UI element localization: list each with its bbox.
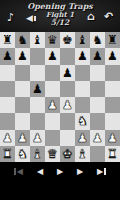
piece-black-pawn: ♟ <box>92 50 103 62</box>
music-note-icon[interactable]: ♪ <box>7 12 14 24</box>
piece-white-bishop: ♝ <box>32 147 43 159</box>
speaker-body <box>34 16 36 21</box>
piece-white-pawn: ♟ <box>92 131 103 143</box>
piece-white-rook: ♜ <box>107 147 118 159</box>
square-c1[interactable]: ♝ <box>30 146 45 162</box>
square-h3[interactable] <box>105 113 120 129</box>
square-d3[interactable] <box>45 113 60 129</box>
square-a3[interactable] <box>0 113 15 129</box>
square-d1[interactable]: ♛ <box>45 146 60 162</box>
square-a7[interactable]: ♟ <box>0 48 15 64</box>
play-button-glyph: ▶ <box>57 167 63 176</box>
square-c5[interactable]: ♟ <box>30 81 45 97</box>
first-move-button-glyph: ◀ <box>17 167 23 176</box>
square-f8[interactable]: ♝ <box>75 32 90 48</box>
square-d8[interactable]: ♛ <box>45 32 60 48</box>
square-d7[interactable]: ♟ <box>45 48 60 64</box>
piece-black-pawn: ♟ <box>107 50 118 62</box>
next-move-button-glyph: ▶ <box>77 167 83 176</box>
piece-black-pawn: ♟ <box>17 50 28 62</box>
home-icon[interactable]: ⌂ <box>87 11 95 23</box>
square-a4[interactable] <box>0 97 15 113</box>
piece-black-rook: ♜ <box>107 34 118 46</box>
square-g1[interactable] <box>90 146 105 162</box>
square-f4[interactable] <box>75 97 90 113</box>
square-h2[interactable]: ♟ <box>105 130 120 146</box>
square-h1[interactable]: ♜ <box>105 146 120 162</box>
square-b7[interactable]: ♟ <box>15 48 30 64</box>
piece-black-bishop: ♝ <box>77 34 88 46</box>
app-screen: Opening Traps Fight 1 5/12 ♪ ◀ ⌂ ↶ ♜♞♝♛♚… <box>0 0 120 200</box>
square-g3[interactable] <box>90 113 105 129</box>
piece-white-pawn: ♟ <box>2 131 13 143</box>
square-e5[interactable] <box>60 81 75 97</box>
piece-white-pawn: ♟ <box>107 131 118 143</box>
piece-black-pawn: ♟ <box>77 50 88 62</box>
square-g8[interactable]: ♞ <box>90 32 105 48</box>
piece-white-knight: ♞ <box>77 115 88 127</box>
square-b1[interactable]: ♞ <box>15 146 30 162</box>
piece-white-pawn: ♟ <box>17 131 28 143</box>
square-c3[interactable] <box>30 113 45 129</box>
square-h4[interactable] <box>105 97 120 113</box>
square-c6[interactable] <box>30 65 45 81</box>
first-move-button-bar <box>14 168 16 175</box>
square-h8[interactable]: ♜ <box>105 32 120 48</box>
square-a5[interactable] <box>0 81 15 97</box>
piece-black-king: ♚ <box>62 34 73 46</box>
piece-white-pawn: ♟ <box>77 131 88 143</box>
last-move-button-glyph: ▶ <box>97 167 103 176</box>
square-e7[interactable] <box>60 48 75 64</box>
piece-white-rook: ♜ <box>2 147 13 159</box>
piece-white-knight: ♞ <box>17 147 28 159</box>
square-b5[interactable] <box>15 81 30 97</box>
square-h7[interactable]: ♟ <box>105 48 120 64</box>
square-e4[interactable]: ♟ <box>60 97 75 113</box>
square-h5[interactable] <box>105 81 120 97</box>
last-move-button-bar <box>104 168 106 175</box>
piece-black-pawn: ♟ <box>2 50 13 62</box>
piece-white-pawn: ♟ <box>62 99 73 111</box>
piece-black-bishop: ♝ <box>32 34 43 46</box>
square-f1[interactable]: ♝ <box>75 146 90 162</box>
move-progress: 5/12 <box>0 18 120 27</box>
square-c7[interactable] <box>30 48 45 64</box>
square-b8[interactable]: ♞ <box>15 32 30 48</box>
prev-move-button-glyph: ◀ <box>37 167 43 176</box>
square-e1[interactable]: ♚ <box>60 146 75 162</box>
square-b6[interactable] <box>15 65 30 81</box>
square-e8[interactable]: ♚ <box>60 32 75 48</box>
prev-move-button[interactable]: ◀ <box>37 167 43 176</box>
square-g2[interactable]: ♟ <box>90 130 105 146</box>
piece-black-rook: ♜ <box>2 34 13 46</box>
speaker-cone: ◀ <box>26 13 33 23</box>
last-move-button[interactable]: ▶ <box>97 167 106 176</box>
piece-black-knight: ♞ <box>92 34 103 46</box>
square-f7[interactable]: ♟ <box>75 48 90 64</box>
square-a8[interactable]: ♜ <box>0 32 15 48</box>
piece-white-bishop: ♝ <box>77 147 88 159</box>
piece-white-king: ♚ <box>62 147 73 159</box>
square-d2[interactable] <box>45 130 60 146</box>
square-b2[interactable]: ♟ <box>15 130 30 146</box>
square-d5[interactable] <box>45 81 60 97</box>
piece-black-queen: ♛ <box>47 34 58 46</box>
first-move-button[interactable]: ◀ <box>14 167 23 176</box>
square-a2[interactable]: ♟ <box>0 130 15 146</box>
header: Opening Traps Fight 1 5/12 ♪ ◀ ⌂ ↶ <box>0 0 120 32</box>
square-c4[interactable] <box>30 97 45 113</box>
square-d6[interactable] <box>45 65 60 81</box>
piece-black-pawn: ♟ <box>32 82 43 94</box>
piece-white-queen: ♛ <box>47 147 58 159</box>
square-e3[interactable] <box>60 113 75 129</box>
play-button[interactable]: ▶ <box>57 167 63 176</box>
square-a6[interactable] <box>0 65 15 81</box>
square-h6[interactable] <box>105 65 120 81</box>
next-move-button[interactable]: ▶ <box>77 167 83 176</box>
square-g6[interactable] <box>90 65 105 81</box>
square-c2[interactable]: ♟ <box>30 130 45 146</box>
square-g5[interactable] <box>90 81 105 97</box>
square-b3[interactable] <box>15 113 30 129</box>
piece-black-pawn: ♟ <box>47 50 58 62</box>
square-g7[interactable]: ♟ <box>90 48 105 64</box>
chess-board: ♜♞♝♛♚♝♞♜♟♟♟♟♟♟♟♟♟♟♞♟♟♟♟♟♟♜♞♝♛♚♝♜ <box>0 32 120 162</box>
square-a1[interactable]: ♜ <box>0 146 15 162</box>
square-g4[interactable] <box>90 97 105 113</box>
move-controls: ◀◀▶▶▶ <box>0 162 120 180</box>
square-d4[interactable]: ♟ <box>45 97 60 113</box>
square-e6[interactable]: ♟ <box>60 65 75 81</box>
square-e2[interactable] <box>60 130 75 146</box>
square-f6[interactable] <box>75 65 90 81</box>
piece-white-pawn: ♟ <box>47 99 58 111</box>
piece-white-pawn: ♟ <box>32 131 43 143</box>
square-c8[interactable]: ♝ <box>30 32 45 48</box>
square-f5[interactable] <box>75 81 90 97</box>
square-f3[interactable]: ♞ <box>75 113 90 129</box>
speaker-icon[interactable]: ◀ <box>26 13 36 23</box>
piece-black-knight: ♞ <box>17 34 28 46</box>
square-f2[interactable]: ♟ <box>75 130 90 146</box>
back-icon[interactable]: ↶ <box>104 11 113 23</box>
square-b4[interactable] <box>15 97 30 113</box>
piece-black-pawn: ♟ <box>62 66 73 78</box>
